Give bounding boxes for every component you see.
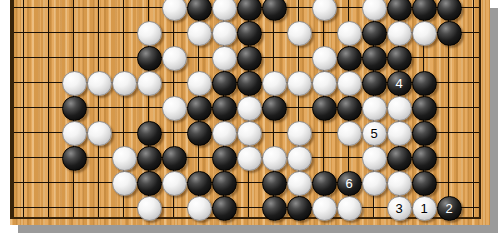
stone-white[interactable]: [87, 121, 112, 146]
grid-line-vertical: [23, 0, 24, 218]
stone-black[interactable]: [212, 171, 237, 196]
stone-white[interactable]: [362, 171, 387, 196]
stone-white[interactable]: [162, 46, 187, 71]
stone-white[interactable]: [362, 0, 387, 21]
stone-black[interactable]: [237, 0, 262, 21]
stone-black[interactable]: [337, 46, 362, 71]
stone-white[interactable]: [387, 171, 412, 196]
stone-white[interactable]: [162, 0, 187, 21]
stone-black[interactable]: [387, 0, 412, 21]
stone-black[interactable]: [187, 0, 212, 21]
stone-black[interactable]: [412, 146, 437, 171]
stone-white[interactable]: [62, 71, 87, 96]
stone-black[interactable]: [287, 196, 312, 221]
stone-black[interactable]: [387, 46, 412, 71]
stone-white[interactable]: [137, 196, 162, 221]
page: 456312: [0, 0, 500, 235]
stone-white[interactable]: [287, 146, 312, 171]
frame-left: [10, 0, 14, 219]
stone-white[interactable]: [212, 21, 237, 46]
stone-white[interactable]: [337, 196, 362, 221]
stone-black[interactable]: [237, 71, 262, 96]
stone-black-move-6[interactable]: 6: [337, 171, 362, 196]
stone-white[interactable]: [212, 46, 237, 71]
stone-black[interactable]: [412, 171, 437, 196]
stone-white[interactable]: [237, 96, 262, 121]
stone-white[interactable]: [187, 21, 212, 46]
stone-white[interactable]: [387, 121, 412, 146]
move-number-label: 1: [420, 197, 427, 220]
stone-white[interactable]: [287, 21, 312, 46]
stone-black[interactable]: [62, 146, 87, 171]
stone-black[interactable]: [62, 96, 87, 121]
stone-white[interactable]: [287, 71, 312, 96]
stone-black[interactable]: [187, 121, 212, 146]
move-number-label: 5: [370, 122, 377, 145]
stone-white[interactable]: [287, 171, 312, 196]
stone-white[interactable]: [237, 146, 262, 171]
stone-black[interactable]: [362, 21, 387, 46]
stone-black-move-4[interactable]: 4: [387, 71, 412, 96]
stone-black[interactable]: [362, 46, 387, 71]
stone-white[interactable]: [137, 21, 162, 46]
stone-white-move-3[interactable]: 3: [387, 196, 412, 221]
stone-black[interactable]: [237, 46, 262, 71]
stone-black[interactable]: [187, 171, 212, 196]
stone-black[interactable]: [437, 0, 462, 21]
stone-white[interactable]: [162, 96, 187, 121]
stone-black[interactable]: [237, 21, 262, 46]
stone-white[interactable]: [262, 146, 287, 171]
move-number-label: 6: [345, 172, 352, 195]
move-number-label: 2: [445, 197, 452, 220]
stone-black[interactable]: [262, 171, 287, 196]
move-number-label: 4: [395, 72, 402, 95]
stone-white[interactable]: [312, 0, 337, 21]
frame-right: [479, 0, 481, 219]
stone-black[interactable]: [137, 171, 162, 196]
stone-white[interactable]: [212, 0, 237, 21]
grid-line-vertical: [98, 0, 99, 218]
stone-black[interactable]: [337, 96, 362, 121]
stone-black[interactable]: [412, 121, 437, 146]
stone-white[interactable]: [387, 96, 412, 121]
stone-black[interactable]: [212, 71, 237, 96]
stone-white[interactable]: [337, 21, 362, 46]
stone-white[interactable]: [62, 121, 87, 146]
stone-white[interactable]: [337, 121, 362, 146]
stone-black-move-2[interactable]: 2: [437, 196, 462, 221]
stone-white[interactable]: [362, 96, 387, 121]
move-number-label: 3: [395, 197, 402, 220]
stone-white[interactable]: [137, 71, 162, 96]
stone-white[interactable]: [187, 196, 212, 221]
stone-black[interactable]: [212, 196, 237, 221]
stone-white-move-1[interactable]: 1: [412, 196, 437, 221]
stone-white[interactable]: [262, 71, 287, 96]
stone-white[interactable]: [337, 71, 362, 96]
stone-black[interactable]: [387, 146, 412, 171]
stone-white[interactable]: [187, 71, 212, 96]
stone-white[interactable]: [237, 121, 262, 146]
go-board[interactable]: 456312: [10, 0, 490, 225]
stone-black[interactable]: [312, 96, 337, 121]
stone-black[interactable]: [137, 146, 162, 171]
stone-white[interactable]: [312, 196, 337, 221]
stone-black[interactable]: [412, 96, 437, 121]
stone-white[interactable]: [112, 171, 137, 196]
stone-black[interactable]: [212, 96, 237, 121]
stone-black[interactable]: [137, 121, 162, 146]
stone-black[interactable]: [137, 46, 162, 71]
stone-black[interactable]: [412, 71, 437, 96]
stone-black[interactable]: [412, 0, 437, 21]
stone-black[interactable]: [312, 171, 337, 196]
stone-black[interactable]: [262, 196, 287, 221]
stone-white[interactable]: [312, 46, 337, 71]
stone-black[interactable]: [162, 146, 187, 171]
stone-black[interactable]: [262, 96, 287, 121]
stone-white[interactable]: [387, 21, 412, 46]
stone-black[interactable]: [187, 96, 212, 121]
stone-white[interactable]: [362, 146, 387, 171]
grid-line-vertical: [48, 0, 49, 218]
stone-black[interactable]: [212, 146, 237, 171]
stone-white[interactable]: [312, 71, 337, 96]
stone-white[interactable]: [412, 21, 437, 46]
stone-white[interactable]: [112, 146, 137, 171]
frame-bottom: [10, 217, 481, 219]
stone-white[interactable]: [162, 171, 187, 196]
stone-white-move-5[interactable]: 5: [362, 121, 387, 146]
stone-black[interactable]: [362, 71, 387, 96]
stone-white[interactable]: [87, 71, 112, 96]
stone-white[interactable]: [287, 121, 312, 146]
stone-white[interactable]: [112, 71, 137, 96]
stone-white[interactable]: [212, 121, 237, 146]
grid-line-vertical: [473, 0, 474, 218]
stone-black[interactable]: [262, 0, 287, 21]
stone-black[interactable]: [437, 21, 462, 46]
